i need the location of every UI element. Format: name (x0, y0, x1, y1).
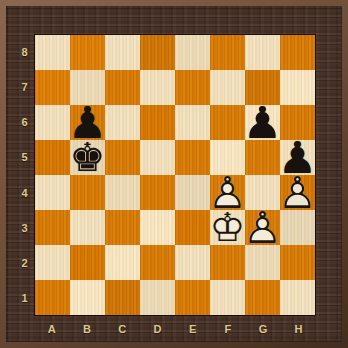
square-b4[interactable] (70, 175, 105, 210)
file-label-G: G (246, 316, 281, 342)
rank-label-6: 6 (6, 105, 34, 140)
black-pawn-g6[interactable]: ♟ (245, 105, 280, 140)
square-f3[interactable]: ♚♔ (210, 210, 245, 245)
square-c6[interactable] (105, 105, 140, 140)
square-g5[interactable] (245, 140, 280, 175)
white-king-f3[interactable]: ♚♔ (210, 210, 245, 245)
file-label-H: H (281, 316, 316, 342)
square-b1[interactable] (70, 280, 105, 315)
square-a5[interactable] (35, 140, 70, 175)
square-a6[interactable] (35, 105, 70, 140)
square-b2[interactable] (70, 245, 105, 280)
white-piece-outline: ♙ (245, 210, 280, 245)
square-a4[interactable] (35, 175, 70, 210)
square-a2[interactable] (35, 245, 70, 280)
black-pawn-b6[interactable]: ♟ (70, 105, 105, 140)
square-a1[interactable] (35, 280, 70, 315)
square-g1[interactable] (245, 280, 280, 315)
square-f8[interactable] (210, 35, 245, 70)
square-c8[interactable] (105, 35, 140, 70)
square-f2[interactable] (210, 245, 245, 280)
white-pawn-g3[interactable]: ♟♙ (245, 210, 280, 245)
square-d7[interactable] (140, 70, 175, 105)
square-e8[interactable] (175, 35, 210, 70)
rank-label-4: 4 (6, 175, 34, 210)
square-d3[interactable] (140, 210, 175, 245)
black-pawn-h5[interactable]: ♟ (280, 140, 315, 175)
square-g3[interactable]: ♟♙ (245, 210, 280, 245)
square-h8[interactable] (280, 35, 315, 70)
square-c1[interactable] (105, 280, 140, 315)
file-label-A: A (34, 316, 69, 342)
file-label-D: D (140, 316, 175, 342)
rank-label-3: 3 (6, 210, 34, 245)
square-f7[interactable] (210, 70, 245, 105)
chess-board: ♟♟♚♟♟♙♟♙♚♔♟♙ (34, 34, 316, 316)
square-d2[interactable] (140, 245, 175, 280)
square-c3[interactable] (105, 210, 140, 245)
rank-label-7: 7 (6, 69, 34, 104)
square-h3[interactable] (280, 210, 315, 245)
square-f1[interactable] (210, 280, 245, 315)
file-label-E: E (175, 316, 210, 342)
square-e3[interactable] (175, 210, 210, 245)
square-c7[interactable] (105, 70, 140, 105)
rank-label-1: 1 (6, 281, 34, 316)
square-h7[interactable] (280, 70, 315, 105)
file-label-C: C (105, 316, 140, 342)
square-h2[interactable] (280, 245, 315, 280)
square-d8[interactable] (140, 35, 175, 70)
square-e4[interactable] (175, 175, 210, 210)
square-b8[interactable] (70, 35, 105, 70)
file-label-B: B (69, 316, 104, 342)
square-b6[interactable]: ♟ (70, 105, 105, 140)
board-outer-frame: 87654321 ABCDEFGH ♟♟♚♟♟♙♟♙♚♔♟♙ (0, 0, 348, 348)
file-label-F: F (210, 316, 245, 342)
square-a3[interactable] (35, 210, 70, 245)
rank-labels: 87654321 (6, 34, 34, 316)
square-c4[interactable] (105, 175, 140, 210)
square-d6[interactable] (140, 105, 175, 140)
square-g6[interactable]: ♟ (245, 105, 280, 140)
square-h1[interactable] (280, 280, 315, 315)
square-e7[interactable] (175, 70, 210, 105)
square-a8[interactable] (35, 35, 70, 70)
square-a7[interactable] (35, 70, 70, 105)
square-e2[interactable] (175, 245, 210, 280)
square-d5[interactable] (140, 140, 175, 175)
square-d4[interactable] (140, 175, 175, 210)
square-g8[interactable] (245, 35, 280, 70)
square-e1[interactable] (175, 280, 210, 315)
square-f6[interactable] (210, 105, 245, 140)
square-e6[interactable] (175, 105, 210, 140)
square-c2[interactable] (105, 245, 140, 280)
rank-label-5: 5 (6, 140, 34, 175)
square-h5[interactable]: ♟ (280, 140, 315, 175)
rank-label-8: 8 (6, 34, 34, 69)
square-d1[interactable] (140, 280, 175, 315)
board-wood-frame: 87654321 ABCDEFGH ♟♟♚♟♟♙♟♙♚♔♟♙ (6, 6, 342, 342)
file-labels: ABCDEFGH (34, 316, 316, 342)
square-e5[interactable] (175, 140, 210, 175)
square-c5[interactable] (105, 140, 140, 175)
square-b3[interactable] (70, 210, 105, 245)
white-piece-outline: ♔ (210, 210, 245, 245)
rank-label-2: 2 (6, 246, 34, 281)
